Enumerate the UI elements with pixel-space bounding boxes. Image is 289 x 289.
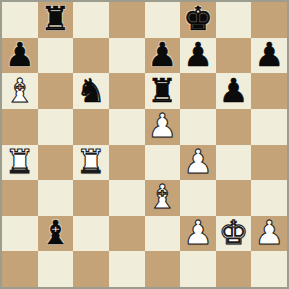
square-a1[interactable]	[2, 251, 38, 287]
square-g3[interactable]	[216, 180, 252, 216]
square-e1[interactable]	[145, 251, 181, 287]
square-g4[interactable]	[216, 145, 252, 181]
square-d3[interactable]	[109, 180, 145, 216]
square-d2[interactable]	[109, 216, 145, 252]
square-h1[interactable]	[251, 251, 287, 287]
square-c6[interactable]: ♞	[73, 73, 109, 109]
square-c4[interactable]: ♜	[73, 145, 109, 181]
square-b5[interactable]	[38, 109, 74, 145]
piece-black-pawn[interactable]: ♟	[148, 38, 178, 71]
square-b1[interactable]	[38, 251, 74, 287]
chess-board: ♜♚♟♟♟♟♝♞♜♟♟♜♜♟♝♝♟♚♟	[2, 2, 287, 287]
square-f4[interactable]: ♟	[180, 145, 216, 181]
square-b3[interactable]	[38, 180, 74, 216]
square-h5[interactable]	[251, 109, 287, 145]
square-c8[interactable]	[73, 2, 109, 38]
piece-black-bishop[interactable]: ♝	[41, 216, 71, 249]
square-d6[interactable]	[109, 73, 145, 109]
square-a3[interactable]	[2, 180, 38, 216]
piece-black-king[interactable]: ♚	[183, 2, 213, 35]
square-e4[interactable]	[145, 145, 181, 181]
piece-white-rook[interactable]: ♜	[5, 145, 35, 178]
square-g6[interactable]: ♟	[216, 73, 252, 109]
square-a8[interactable]	[2, 2, 38, 38]
square-e8[interactable]	[145, 2, 181, 38]
square-e6[interactable]: ♜	[145, 73, 181, 109]
square-c7[interactable]	[73, 38, 109, 74]
square-c3[interactable]	[73, 180, 109, 216]
square-h6[interactable]	[251, 73, 287, 109]
square-f6[interactable]	[180, 73, 216, 109]
square-a4[interactable]: ♜	[2, 145, 38, 181]
square-f8[interactable]: ♚	[180, 2, 216, 38]
square-b8[interactable]: ♜	[38, 2, 74, 38]
piece-white-pawn[interactable]: ♟	[254, 216, 284, 249]
piece-black-pawn[interactable]: ♟	[183, 38, 213, 71]
square-g5[interactable]	[216, 109, 252, 145]
square-g1[interactable]	[216, 251, 252, 287]
square-b6[interactable]	[38, 73, 74, 109]
square-f2[interactable]: ♟	[180, 216, 216, 252]
piece-white-bishop[interactable]: ♝	[5, 74, 35, 107]
square-h2[interactable]: ♟	[251, 216, 287, 252]
square-e5[interactable]: ♟	[145, 109, 181, 145]
square-b2[interactable]: ♝	[38, 216, 74, 252]
square-d1[interactable]	[109, 251, 145, 287]
square-c5[interactable]	[73, 109, 109, 145]
piece-white-pawn[interactable]: ♟	[148, 109, 178, 142]
square-h3[interactable]	[251, 180, 287, 216]
square-e7[interactable]: ♟	[145, 38, 181, 74]
square-e3[interactable]: ♝	[145, 180, 181, 216]
square-c2[interactable]	[73, 216, 109, 252]
square-a5[interactable]	[2, 109, 38, 145]
piece-white-pawn[interactable]: ♟	[183, 216, 213, 249]
square-f3[interactable]	[180, 180, 216, 216]
square-h4[interactable]	[251, 145, 287, 181]
piece-black-pawn[interactable]: ♟	[5, 38, 35, 71]
square-a6[interactable]: ♝	[2, 73, 38, 109]
square-b7[interactable]	[38, 38, 74, 74]
square-a2[interactable]	[2, 216, 38, 252]
square-h8[interactable]	[251, 2, 287, 38]
chess-board-frame: ♜♚♟♟♟♟♝♞♜♟♟♜♜♟♝♝♟♚♟	[0, 0, 289, 289]
square-g8[interactable]	[216, 2, 252, 38]
piece-white-bishop[interactable]: ♝	[148, 180, 178, 213]
piece-black-pawn[interactable]: ♟	[219, 74, 249, 107]
square-g2[interactable]: ♚	[216, 216, 252, 252]
piece-black-pawn[interactable]: ♟	[254, 38, 284, 71]
square-c1[interactable]	[73, 251, 109, 287]
square-h7[interactable]: ♟	[251, 38, 287, 74]
piece-black-knight[interactable]: ♞	[76, 74, 106, 107]
square-d5[interactable]	[109, 109, 145, 145]
piece-white-pawn[interactable]: ♟	[183, 145, 213, 178]
square-d4[interactable]	[109, 145, 145, 181]
square-b4[interactable]	[38, 145, 74, 181]
square-e2[interactable]	[145, 216, 181, 252]
piece-white-king[interactable]: ♚	[219, 216, 249, 249]
square-f5[interactable]	[180, 109, 216, 145]
square-g7[interactable]	[216, 38, 252, 74]
piece-black-rook[interactable]: ♜	[148, 74, 178, 107]
piece-white-rook[interactable]: ♜	[76, 145, 106, 178]
square-f7[interactable]: ♟	[180, 38, 216, 74]
piece-black-rook[interactable]: ♜	[41, 2, 71, 35]
square-d7[interactable]	[109, 38, 145, 74]
square-f1[interactable]	[180, 251, 216, 287]
square-d8[interactable]	[109, 2, 145, 38]
square-a7[interactable]: ♟	[2, 38, 38, 74]
